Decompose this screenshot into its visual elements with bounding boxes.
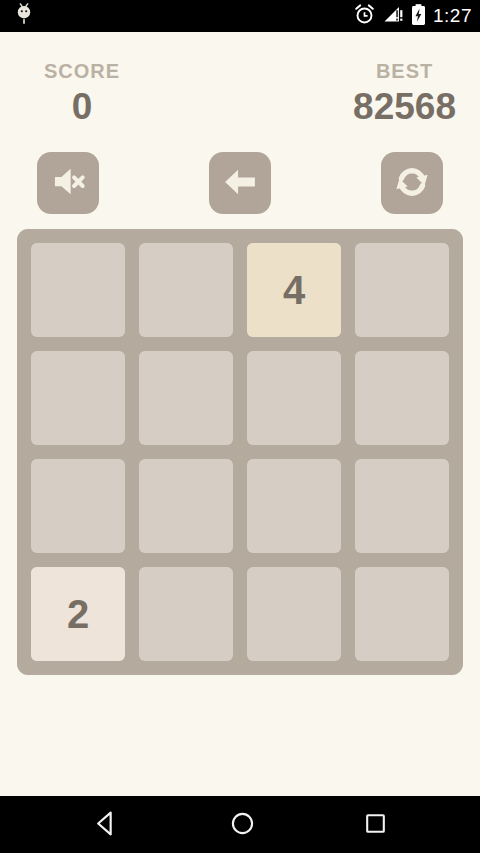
grid-cell	[139, 243, 233, 337]
battery-charging-icon	[411, 3, 426, 30]
back-arrow-icon	[221, 163, 259, 204]
nav-home-button[interactable]	[231, 812, 254, 838]
best-label: BEST	[376, 60, 433, 83]
grid-cell	[355, 243, 449, 337]
score-label: SCORE	[44, 60, 120, 83]
grid-cell	[247, 459, 341, 553]
signal-warning-icon	[383, 4, 404, 28]
grid-cell: 4	[247, 243, 341, 337]
grid-cell	[31, 243, 125, 337]
alarm-icon	[353, 3, 376, 30]
speaker-muted-icon	[50, 163, 87, 203]
game-screen: SCORE 0 BEST 82568	[0, 32, 480, 796]
grid-cell	[31, 351, 125, 445]
grid-cell: 2	[31, 567, 125, 661]
status-bar: 1:27	[0, 0, 480, 32]
home-circle-icon	[231, 812, 254, 838]
back-button[interactable]	[209, 152, 271, 214]
score-value: 0	[72, 85, 93, 128]
restart-button[interactable]	[381, 152, 443, 214]
grid-cell	[355, 459, 449, 553]
tile-4: 4	[247, 243, 341, 337]
grid-cell	[139, 351, 233, 445]
score-block: SCORE 0	[44, 60, 120, 128]
nav-recents-button[interactable]	[365, 813, 386, 837]
grid-cell	[139, 567, 233, 661]
tile-2: 2	[31, 567, 125, 661]
grid-cell	[139, 459, 233, 553]
refresh-icon	[393, 163, 431, 204]
grid-cell	[355, 351, 449, 445]
best-block: BEST 82568	[353, 60, 456, 128]
grid-cell	[247, 567, 341, 661]
back-triangle-icon	[94, 810, 119, 840]
mute-button[interactable]	[37, 152, 99, 214]
nav-bar	[0, 796, 480, 853]
board[interactable]: 42	[17, 229, 463, 675]
grid-cell	[247, 351, 341, 445]
score-panel: SCORE 0 BEST 82568	[0, 32, 480, 128]
best-value: 82568	[353, 85, 456, 128]
clock-time: 1:27	[433, 5, 472, 27]
recents-square-icon	[365, 813, 386, 837]
android-debug-icon	[13, 1, 35, 31]
nav-back-button[interactable]	[94, 810, 119, 840]
toolbar	[0, 152, 480, 214]
grid-cell	[355, 567, 449, 661]
grid-cell	[31, 459, 125, 553]
